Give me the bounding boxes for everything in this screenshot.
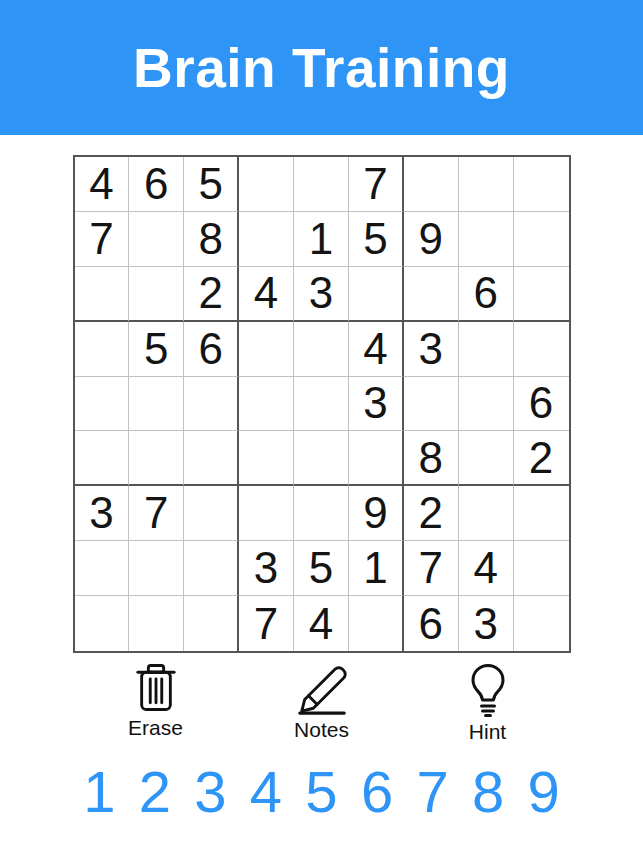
sudoku-cell-r1c6[interactable]: 7 <box>349 157 404 212</box>
sudoku-cell-r6c7[interactable]: 8 <box>404 431 459 486</box>
sudoku-cell-r4c1[interactable] <box>75 322 130 377</box>
pencil-icon <box>294 663 350 715</box>
sudoku-cell-r8c7[interactable]: 7 <box>404 541 459 596</box>
sudoku-cell-r9c4[interactable]: 7 <box>239 596 294 651</box>
sudoku-cell-r8c2[interactable] <box>129 541 184 596</box>
sudoku-cell-r2c6[interactable]: 5 <box>349 212 404 267</box>
sudoku-cell-r2c7[interactable]: 9 <box>404 212 459 267</box>
sudoku-board: 4657781592436564336823792351747463 <box>73 155 571 653</box>
sudoku-cell-r7c3[interactable] <box>184 486 239 541</box>
app-title: Brain Training <box>133 36 510 100</box>
sudoku-cell-r9c3[interactable] <box>184 596 239 651</box>
sudoku-cell-r2c9[interactable] <box>514 212 569 267</box>
sudoku-cell-r5c8[interactable] <box>459 377 514 432</box>
sudoku-cell-r2c8[interactable] <box>459 212 514 267</box>
lightbulb-icon <box>468 663 508 717</box>
numpad-5[interactable]: 5 <box>294 760 350 824</box>
erase-button[interactable]: Erase <box>73 663 239 744</box>
sudoku-cell-r3c2[interactable] <box>129 267 184 322</box>
sudoku-cell-r4c7[interactable]: 3 <box>404 322 459 377</box>
sudoku-cell-r4c2[interactable]: 5 <box>129 322 184 377</box>
sudoku-cell-r3c9[interactable] <box>514 267 569 322</box>
number-pad: 123456789 <box>72 760 572 824</box>
hint-label: Hint <box>469 720 506 744</box>
sudoku-cell-r6c2[interactable] <box>129 431 184 486</box>
numpad-7[interactable]: 7 <box>405 760 461 824</box>
sudoku-cell-r7c5[interactable] <box>294 486 349 541</box>
numpad-8[interactable]: 8 <box>460 760 516 824</box>
sudoku-cell-r5c5[interactable] <box>294 377 349 432</box>
sudoku-cell-r6c4[interactable] <box>239 431 294 486</box>
sudoku-cell-r8c3[interactable] <box>184 541 239 596</box>
sudoku-cell-r4c6[interactable]: 4 <box>349 322 404 377</box>
sudoku-cell-r9c8[interactable]: 3 <box>459 596 514 651</box>
trash-icon <box>134 663 178 713</box>
sudoku-cell-r5c3[interactable] <box>184 377 239 432</box>
sudoku-cell-r3c3[interactable]: 2 <box>184 267 239 322</box>
sudoku-cell-r1c4[interactable] <box>239 157 294 212</box>
notes-label: Notes <box>294 718 349 742</box>
sudoku-cell-r5c1[interactable] <box>75 377 130 432</box>
sudoku-cell-r6c1[interactable] <box>75 431 130 486</box>
sudoku-cell-r5c9[interactable]: 6 <box>514 377 569 432</box>
sudoku-cell-r6c5[interactable] <box>294 431 349 486</box>
sudoku-cell-r6c3[interactable] <box>184 431 239 486</box>
sudoku-cell-r8c9[interactable] <box>514 541 569 596</box>
sudoku-cell-r1c2[interactable]: 6 <box>129 157 184 212</box>
hint-button[interactable]: Hint <box>405 663 571 744</box>
sudoku-cell-r2c2[interactable] <box>129 212 184 267</box>
sudoku-cell-r9c1[interactable] <box>75 596 130 651</box>
sudoku-cell-r2c5[interactable]: 1 <box>294 212 349 267</box>
sudoku-cell-r1c7[interactable] <box>404 157 459 212</box>
numpad-2[interactable]: 2 <box>127 760 183 824</box>
notes-button[interactable]: Notes <box>239 663 405 744</box>
sudoku-cell-r7c9[interactable] <box>514 486 569 541</box>
sudoku-cell-r4c3[interactable]: 6 <box>184 322 239 377</box>
sudoku-cell-r3c1[interactable] <box>75 267 130 322</box>
sudoku-cell-r3c4[interactable]: 4 <box>239 267 294 322</box>
sudoku-cell-r6c8[interactable] <box>459 431 514 486</box>
numpad-4[interactable]: 4 <box>238 760 294 824</box>
sudoku-cell-r1c1[interactable]: 4 <box>75 157 130 212</box>
sudoku-cell-r8c6[interactable]: 1 <box>349 541 404 596</box>
sudoku-cell-r1c8[interactable] <box>459 157 514 212</box>
sudoku-cell-r6c9[interactable]: 2 <box>514 431 569 486</box>
sudoku-cell-r1c3[interactable]: 5 <box>184 157 239 212</box>
sudoku-cell-r7c1[interactable]: 3 <box>75 486 130 541</box>
sudoku-cell-r3c8[interactable]: 6 <box>459 267 514 322</box>
sudoku-cell-r9c7[interactable]: 6 <box>404 596 459 651</box>
sudoku-cell-r3c7[interactable] <box>404 267 459 322</box>
toolbar: Erase Notes Hint <box>73 663 571 744</box>
sudoku-cell-r4c8[interactable] <box>459 322 514 377</box>
sudoku-cell-r2c1[interactable]: 7 <box>75 212 130 267</box>
numpad-6[interactable]: 6 <box>349 760 405 824</box>
numpad-1[interactable]: 1 <box>72 760 128 824</box>
app-header: Brain Training <box>0 0 643 135</box>
sudoku-cell-r3c5[interactable]: 3 <box>294 267 349 322</box>
sudoku-cell-r7c4[interactable] <box>239 486 294 541</box>
sudoku-cell-r5c4[interactable] <box>239 377 294 432</box>
sudoku-cell-r7c7[interactable]: 2 <box>404 486 459 541</box>
sudoku-cell-r2c3[interactable]: 8 <box>184 212 239 267</box>
sudoku-cell-r6c6[interactable] <box>349 431 404 486</box>
sudoku-cell-r3c6[interactable] <box>349 267 404 322</box>
sudoku-cell-r4c9[interactable] <box>514 322 569 377</box>
sudoku-cell-r4c4[interactable] <box>239 322 294 377</box>
sudoku-cell-r8c1[interactable] <box>75 541 130 596</box>
sudoku-cell-r8c8[interactable]: 4 <box>459 541 514 596</box>
sudoku-cell-r7c2[interactable]: 7 <box>129 486 184 541</box>
sudoku-cell-r9c5[interactable]: 4 <box>294 596 349 651</box>
sudoku-cell-r9c6[interactable] <box>349 596 404 651</box>
sudoku-cell-r8c5[interactable]: 5 <box>294 541 349 596</box>
sudoku-cell-r1c5[interactable] <box>294 157 349 212</box>
sudoku-cell-r5c7[interactable] <box>404 377 459 432</box>
sudoku-cell-r8c4[interactable]: 3 <box>239 541 294 596</box>
sudoku-cell-r4c5[interactable] <box>294 322 349 377</box>
numpad-3[interactable]: 3 <box>183 760 239 824</box>
sudoku-cell-r7c8[interactable] <box>459 486 514 541</box>
sudoku-cell-r7c6[interactable]: 9 <box>349 486 404 541</box>
sudoku-cell-r9c2[interactable] <box>129 596 184 651</box>
sudoku-cell-r5c6[interactable]: 3 <box>349 377 404 432</box>
erase-label: Erase <box>128 716 183 740</box>
sudoku-cell-r1c9[interactable] <box>514 157 569 212</box>
sudoku-cell-r2c4[interactable] <box>239 212 294 267</box>
numpad-9[interactable]: 9 <box>516 760 572 824</box>
sudoku-cell-r9c9[interactable] <box>514 596 569 651</box>
sudoku-cell-r5c2[interactable] <box>129 377 184 432</box>
